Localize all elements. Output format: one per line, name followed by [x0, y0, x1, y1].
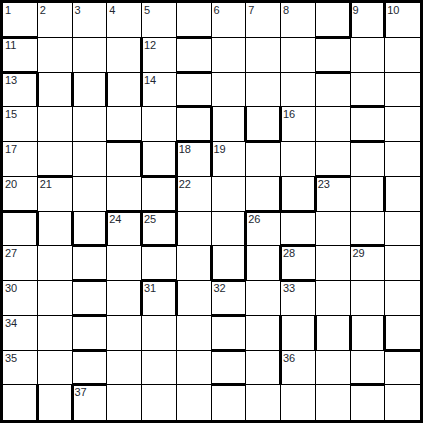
bar-bottom — [176, 140, 212, 143]
bar-bottom — [315, 71, 351, 74]
bar-right — [175, 280, 178, 316]
bar-right — [36, 211, 39, 247]
cell-r7c1[interactable] — [3, 212, 38, 247]
cell-r11c12[interactable] — [385, 351, 420, 386]
clue-number: 34 — [5, 317, 17, 329]
cell-r10c2[interactable] — [38, 316, 73, 351]
bar-bottom — [176, 36, 212, 39]
cell-r6c4[interactable] — [107, 177, 142, 212]
cell-r6c12[interactable] — [385, 177, 420, 212]
bar-bottom — [141, 210, 177, 213]
clue-number: 26 — [248, 213, 260, 225]
bar-bottom — [211, 279, 247, 282]
bar-bottom — [106, 210, 142, 213]
clue-number: 19 — [214, 143, 226, 155]
bar-bottom — [72, 244, 108, 247]
cell-r4c7[interactable] — [212, 107, 247, 142]
clue-number: 16 — [283, 108, 295, 120]
cell-r8c12[interactable] — [385, 246, 420, 281]
clue-number: 17 — [5, 143, 17, 155]
bar-bottom — [280, 210, 316, 213]
cell-r6c6[interactable]: 22 — [177, 177, 212, 212]
cell-r1c9[interactable]: 8 — [281, 3, 316, 38]
cell-r2c9[interactable] — [281, 38, 316, 73]
cell-r3c3[interactable] — [73, 73, 108, 108]
cell-r7c4[interactable]: 24 — [107, 212, 142, 247]
clue-number: 31 — [144, 282, 156, 294]
cell-r2c7[interactable] — [212, 38, 247, 73]
bar-right — [71, 72, 74, 108]
cell-r7c11[interactable] — [351, 212, 386, 247]
cell-r6c10[interactable]: 23 — [316, 177, 351, 212]
cell-r11c10[interactable] — [316, 351, 351, 386]
cell-r2c11[interactable] — [351, 38, 386, 73]
cell-r6c3[interactable] — [73, 177, 108, 212]
cell-r6c9[interactable] — [281, 177, 316, 212]
cell-r5c11[interactable] — [351, 142, 386, 177]
clue-number: 11 — [5, 39, 16, 51]
clue-number: 21 — [40, 178, 52, 190]
bar-bottom — [176, 105, 212, 108]
cell-r3c5[interactable]: 14 — [142, 73, 177, 108]
cell-r2c6[interactable] — [177, 38, 212, 73]
cell-r8c10[interactable] — [316, 246, 351, 281]
bar-bottom — [315, 36, 351, 39]
cell-r5c9[interactable] — [281, 142, 316, 177]
clue-number: 3 — [75, 4, 81, 16]
bar-right — [175, 141, 178, 177]
bar-bottom — [280, 244, 316, 247]
cell-r10c1[interactable]: 34 — [3, 316, 38, 351]
cell-r4c12[interactable] — [385, 107, 420, 142]
bar-right — [175, 176, 178, 212]
clue-number: 32 — [214, 282, 226, 294]
cell-r8c3[interactable] — [73, 246, 108, 281]
cell-r12c5[interactable] — [142, 385, 177, 420]
cell-r8c9[interactable]: 28 — [281, 246, 316, 281]
cell-r4c10[interactable] — [316, 107, 351, 142]
cell-r11c4[interactable] — [107, 351, 142, 386]
cell-r12c2[interactable] — [38, 385, 73, 420]
cell-r7c3[interactable] — [73, 212, 108, 247]
bar-right — [71, 211, 74, 247]
cell-r5c3[interactable] — [73, 142, 108, 177]
cell-r4c8[interactable] — [246, 107, 281, 142]
cell-r10c5[interactable] — [142, 316, 177, 351]
bar-right — [244, 245, 247, 281]
cell-r6c1[interactable]: 20 — [3, 177, 38, 212]
cell-r3c6[interactable] — [177, 73, 212, 108]
bar-right — [105, 72, 108, 108]
cell-r5c5[interactable] — [142, 142, 177, 177]
cell-r10c12[interactable] — [385, 316, 420, 351]
cell-r5c4[interactable] — [107, 142, 142, 177]
clue-number: 2 — [40, 4, 46, 16]
bar-bottom — [280, 279, 316, 282]
cell-r4c4[interactable] — [107, 107, 142, 142]
cell-r11c2[interactable] — [38, 351, 73, 386]
cell-r1c8[interactable]: 7 — [246, 3, 281, 38]
cell-r6c8[interactable] — [246, 177, 281, 212]
bar-bottom — [350, 140, 386, 143]
bar-right — [314, 315, 317, 351]
cell-r4c11[interactable] — [351, 107, 386, 142]
cell-r12c11[interactable] — [351, 385, 386, 420]
cell-r7c10[interactable] — [316, 212, 351, 247]
bar-bottom — [176, 71, 212, 74]
clue-number: 30 — [5, 282, 17, 294]
cell-r12c3[interactable]: 37 — [73, 385, 108, 420]
cell-r2c10[interactable] — [316, 38, 351, 73]
bar-bottom — [2, 210, 38, 213]
bar-bottom — [350, 244, 386, 247]
bar-right — [140, 72, 143, 108]
cell-r10c10[interactable] — [316, 316, 351, 351]
cell-r8c6[interactable] — [177, 246, 212, 281]
cell-r1c11[interactable]: 9 — [351, 3, 386, 38]
cell-r2c12[interactable] — [385, 38, 420, 73]
bar-bottom — [72, 279, 108, 282]
bar-right — [36, 384, 39, 421]
cell-r10c9[interactable] — [281, 316, 316, 351]
clue-number: 15 — [5, 108, 17, 120]
cell-r4c9[interactable]: 16 — [281, 107, 316, 142]
cell-r6c2[interactable]: 21 — [38, 177, 73, 212]
bar-bottom — [211, 383, 247, 386]
cell-r9c12[interactable] — [385, 281, 420, 316]
cell-r3c10[interactable] — [316, 73, 351, 108]
cell-r10c8[interactable] — [246, 316, 281, 351]
cell-r11c11[interactable] — [351, 351, 386, 386]
clue-number: 37 — [75, 386, 87, 398]
bar-right — [244, 106, 247, 142]
bar-right — [383, 176, 386, 212]
bar-right — [349, 315, 352, 351]
bar-right — [140, 37, 143, 73]
cell-r9c3[interactable] — [73, 281, 108, 316]
bar-bottom — [315, 175, 351, 178]
cell-r8c8[interactable] — [246, 246, 281, 281]
cell-r3c1[interactable]: 13 — [3, 73, 38, 108]
cell-r9c11[interactable] — [351, 281, 386, 316]
cell-r1c12[interactable]: 10 — [385, 3, 420, 38]
cell-r3c12[interactable] — [385, 73, 420, 108]
clue-number: 33 — [283, 282, 295, 294]
cell-r8c2[interactable] — [38, 246, 73, 281]
cell-r7c9[interactable] — [281, 212, 316, 247]
cell-r3c2[interactable] — [38, 73, 73, 108]
cell-r1c5[interactable]: 5 — [142, 3, 177, 38]
bar-right — [279, 176, 282, 212]
cell-r5c12[interactable] — [385, 142, 420, 177]
bar-bottom — [211, 314, 247, 317]
bar-right — [36, 72, 39, 108]
cell-r3c11[interactable] — [351, 73, 386, 108]
bar-bottom — [72, 383, 108, 386]
cell-r8c4[interactable] — [107, 246, 142, 281]
cell-r5c8[interactable] — [246, 142, 281, 177]
cell-r5c2[interactable] — [38, 142, 73, 177]
cell-r10c6[interactable] — [177, 316, 212, 351]
bar-bottom — [2, 71, 38, 74]
clue-number: 14 — [144, 74, 156, 86]
crossword-board: 1234567891011121314151617181920212223242… — [0, 0, 423, 423]
bar-right — [140, 211, 143, 247]
bar-right — [71, 384, 74, 421]
cell-r10c11[interactable] — [351, 316, 386, 351]
cell-r12c1[interactable] — [3, 385, 38, 420]
bar-right — [279, 106, 282, 142]
cell-r12c8[interactable] — [246, 385, 281, 420]
bar-bottom — [245, 140, 281, 143]
cell-r7c7[interactable] — [212, 212, 247, 247]
clue-number: 25 — [144, 213, 156, 225]
bar-right — [175, 211, 178, 247]
bar-bottom — [141, 175, 177, 178]
cell-r2c5[interactable]: 12 — [142, 38, 177, 73]
cell-r1c3[interactable]: 3 — [73, 3, 108, 38]
bar-bottom — [72, 314, 108, 317]
cell-r11c3[interactable] — [73, 351, 108, 386]
cell-r2c3[interactable] — [73, 38, 108, 73]
clue-number: 23 — [318, 178, 330, 190]
bar-right — [210, 245, 213, 281]
cell-r5c7[interactable]: 19 — [212, 142, 247, 177]
cell-r9c2[interactable] — [38, 281, 73, 316]
cell-r1c10[interactable] — [316, 3, 351, 38]
cell-r8c11[interactable]: 29 — [351, 246, 386, 281]
bar-bottom — [350, 383, 386, 386]
cell-r2c2[interactable] — [38, 38, 73, 73]
clue-number: 18 — [179, 143, 191, 155]
cell-r12c10[interactable] — [316, 385, 351, 420]
cell-r9c5[interactable]: 31 — [142, 281, 177, 316]
bar-right — [140, 280, 143, 316]
cell-r2c1[interactable]: 11 — [3, 38, 38, 73]
bar-bottom — [37, 175, 73, 178]
bar-bottom — [141, 244, 177, 247]
cell-r6c7[interactable] — [212, 177, 247, 212]
bar-right — [314, 176, 317, 212]
cell-r12c12[interactable] — [385, 385, 420, 420]
bar-bottom — [141, 279, 177, 282]
bar-bottom — [106, 140, 142, 143]
cell-r9c4[interactable] — [107, 281, 142, 316]
cell-r1c2[interactable]: 2 — [38, 3, 73, 38]
bar-bottom — [72, 349, 108, 352]
bar-bottom — [2, 36, 38, 39]
cell-r9c1[interactable]: 30 — [3, 281, 38, 316]
cell-r11c6[interactable] — [177, 351, 212, 386]
cell-r1c7[interactable]: 6 — [212, 3, 247, 38]
cell-r9c9[interactable]: 33 — [281, 281, 316, 316]
cell-r11c7[interactable] — [212, 351, 247, 386]
clue-number: 24 — [109, 213, 121, 225]
clue-number: 12 — [144, 39, 156, 51]
clue-number: 35 — [5, 352, 17, 364]
bar-bottom — [211, 349, 247, 352]
bar-right — [244, 211, 247, 247]
cell-r2c4[interactable] — [107, 38, 142, 73]
cell-r10c3[interactable] — [73, 316, 108, 351]
bar-right — [279, 315, 282, 351]
bar-bottom — [350, 105, 386, 108]
cell-r10c7[interactable] — [212, 316, 247, 351]
cell-r11c1[interactable]: 35 — [3, 351, 38, 386]
cell-r12c6[interactable] — [177, 385, 212, 420]
cell-r6c5[interactable] — [142, 177, 177, 212]
cell-r8c5[interactable] — [142, 246, 177, 281]
cell-r11c8[interactable] — [246, 351, 281, 386]
clue-number: 13 — [5, 74, 17, 86]
cell-r3c4[interactable] — [107, 73, 142, 108]
clue-number: 20 — [5, 178, 17, 190]
bar-bottom — [245, 210, 281, 213]
bar-right — [140, 141, 143, 177]
cell-r1c1[interactable]: 1 — [3, 3, 38, 38]
bar-right — [210, 106, 213, 142]
cell-r5c6[interactable]: 18 — [177, 142, 212, 177]
cell-r7c12[interactable] — [385, 212, 420, 247]
cell-r11c5[interactable] — [142, 351, 177, 386]
cell-r11c9[interactable]: 36 — [281, 351, 316, 386]
cell-r4c5[interactable] — [142, 107, 177, 142]
cell-r8c7[interactable] — [212, 246, 247, 281]
clue-number: 28 — [283, 247, 295, 259]
cell-r3c8[interactable] — [246, 73, 281, 108]
cell-r9c7[interactable]: 32 — [212, 281, 247, 316]
cell-r1c6[interactable] — [177, 3, 212, 38]
cell-r4c6[interactable] — [177, 107, 212, 142]
clue-number: 1 — [5, 4, 11, 16]
clue-number: 36 — [283, 352, 295, 364]
cell-r7c6[interactable] — [177, 212, 212, 247]
clue-number: 9 — [353, 4, 359, 16]
cell-r5c10[interactable] — [316, 142, 351, 177]
cell-r5c1[interactable]: 17 — [3, 142, 38, 177]
cell-r7c5[interactable]: 25 — [142, 212, 177, 247]
bar-right — [383, 315, 386, 351]
cell-r2c8[interactable] — [246, 38, 281, 73]
clue-number: 8 — [283, 4, 289, 16]
cell-r7c8[interactable]: 26 — [246, 212, 281, 247]
bar-right — [279, 245, 282, 281]
cell-r1c4[interactable]: 4 — [107, 3, 142, 38]
bar-right — [210, 141, 213, 177]
cell-r3c7[interactable] — [212, 73, 247, 108]
cell-r10c4[interactable] — [107, 316, 142, 351]
clue-number: 6 — [214, 4, 220, 16]
cell-r12c4[interactable] — [107, 385, 142, 420]
clue-number: 7 — [248, 4, 254, 16]
cell-r4c1[interactable]: 15 — [3, 107, 38, 142]
bar-right — [383, 2, 386, 38]
clue-number: 27 — [5, 247, 17, 259]
cell-r7c2[interactable] — [38, 212, 73, 247]
cell-r12c7[interactable] — [212, 385, 247, 420]
bar-right — [105, 211, 108, 247]
cell-r4c2[interactable] — [38, 107, 73, 142]
cell-r4c3[interactable] — [73, 107, 108, 142]
clue-number: 10 — [387, 4, 399, 16]
bar-bottom — [384, 349, 421, 352]
clue-number: 4 — [109, 4, 115, 16]
cell-r6c11[interactable] — [351, 177, 386, 212]
cell-r9c6[interactable] — [177, 281, 212, 316]
cell-r9c8[interactable] — [246, 281, 281, 316]
clue-number: 5 — [144, 4, 150, 16]
clue-number: 22 — [179, 178, 191, 190]
clue-number: 29 — [353, 247, 365, 259]
cell-r8c1[interactable]: 27 — [3, 246, 38, 281]
cell-r9c10[interactable] — [316, 281, 351, 316]
cell-r3c9[interactable] — [281, 73, 316, 108]
bar-right — [279, 350, 282, 386]
cell-r12c9[interactable] — [281, 385, 316, 420]
bar-right — [349, 2, 352, 38]
